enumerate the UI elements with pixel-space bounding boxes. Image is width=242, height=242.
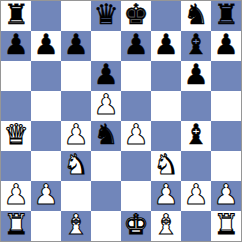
black-bishop[interactable]: ♝ — [183, 31, 208, 60]
square-d5[interactable]: ♟ — [91, 91, 121, 121]
white-pawn[interactable]: ♟ — [33, 181, 58, 210]
black-rook[interactable]: ♜ — [213, 1, 238, 30]
square-d2[interactable] — [91, 181, 121, 211]
square-h6[interactable] — [211, 61, 241, 91]
square-g4[interactable]: ♝ — [181, 121, 211, 151]
square-d1[interactable] — [91, 211, 121, 241]
square-e5[interactable] — [121, 91, 151, 121]
white-pawn[interactable]: ♟ — [93, 91, 118, 120]
white-king[interactable]: ♚ — [123, 211, 148, 240]
square-b6[interactable] — [31, 61, 61, 91]
chess-board: ♜♛♚♞♜♟♟♟♟♟♝♟♟♟♟♛♟♞♟♝♞♞♟♟♟♟♟♜♝♚♝♜ — [0, 0, 242, 242]
square-a4[interactable]: ♛ — [1, 121, 31, 151]
square-f4[interactable] — [151, 121, 181, 151]
black-pawn[interactable]: ♟ — [183, 61, 208, 90]
white-bishop[interactable]: ♝ — [63, 211, 88, 240]
square-a2[interactable]: ♟ — [1, 181, 31, 211]
square-b3[interactable] — [31, 151, 61, 181]
square-a6[interactable] — [1, 61, 31, 91]
square-g3[interactable] — [181, 151, 211, 181]
square-g6[interactable]: ♟ — [181, 61, 211, 91]
square-b7[interactable]: ♟ — [31, 31, 61, 61]
white-bishop[interactable]: ♝ — [153, 211, 178, 240]
white-pawn[interactable]: ♟ — [63, 121, 88, 150]
square-f8[interactable] — [151, 1, 181, 31]
square-h8[interactable]: ♜ — [211, 1, 241, 31]
black-pawn[interactable]: ♟ — [93, 61, 118, 90]
black-pawn[interactable]: ♟ — [153, 31, 178, 60]
square-e4[interactable]: ♟ — [121, 121, 151, 151]
square-h3[interactable] — [211, 151, 241, 181]
white-pawn[interactable]: ♟ — [213, 181, 238, 210]
square-f1[interactable]: ♝ — [151, 211, 181, 241]
square-h4[interactable] — [211, 121, 241, 151]
square-d3[interactable] — [91, 151, 121, 181]
square-e3[interactable] — [121, 151, 151, 181]
square-a3[interactable] — [1, 151, 31, 181]
black-knight[interactable]: ♞ — [183, 1, 208, 30]
square-d7[interactable] — [91, 31, 121, 61]
square-f5[interactable] — [151, 91, 181, 121]
white-knight[interactable]: ♞ — [63, 151, 88, 180]
black-king[interactable]: ♚ — [123, 1, 148, 30]
square-f7[interactable]: ♟ — [151, 31, 181, 61]
square-a1[interactable]: ♜ — [1, 211, 31, 241]
black-pawn[interactable]: ♟ — [3, 31, 28, 60]
white-pawn[interactable]: ♟ — [123, 121, 148, 150]
square-c7[interactable]: ♟ — [61, 31, 91, 61]
square-c3[interactable]: ♞ — [61, 151, 91, 181]
square-c8[interactable] — [61, 1, 91, 31]
square-e6[interactable] — [121, 61, 151, 91]
square-e7[interactable]: ♟ — [121, 31, 151, 61]
square-g1[interactable] — [181, 211, 211, 241]
square-c5[interactable] — [61, 91, 91, 121]
white-rook[interactable]: ♜ — [3, 211, 28, 240]
white-pawn[interactable]: ♟ — [153, 181, 178, 210]
white-pawn[interactable]: ♟ — [3, 181, 28, 210]
black-knight[interactable]: ♞ — [93, 121, 118, 150]
black-queen[interactable]: ♛ — [93, 1, 118, 30]
white-queen[interactable]: ♛ — [3, 121, 28, 150]
square-g2[interactable]: ♟ — [181, 181, 211, 211]
square-h2[interactable]: ♟ — [211, 181, 241, 211]
square-c2[interactable] — [61, 181, 91, 211]
square-b8[interactable] — [31, 1, 61, 31]
square-c6[interactable] — [61, 61, 91, 91]
square-f6[interactable] — [151, 61, 181, 91]
square-d8[interactable]: ♛ — [91, 1, 121, 31]
black-pawn[interactable]: ♟ — [123, 31, 148, 60]
square-h1[interactable]: ♜ — [211, 211, 241, 241]
black-rook[interactable]: ♜ — [3, 1, 28, 30]
square-b4[interactable] — [31, 121, 61, 151]
white-knight[interactable]: ♞ — [153, 151, 178, 180]
square-a7[interactable]: ♟ — [1, 31, 31, 61]
square-e1[interactable]: ♚ — [121, 211, 151, 241]
square-f2[interactable]: ♟ — [151, 181, 181, 211]
black-pawn[interactable]: ♟ — [213, 31, 238, 60]
black-pawn[interactable]: ♟ — [33, 31, 58, 60]
white-rook[interactable]: ♜ — [213, 211, 238, 240]
square-g7[interactable]: ♝ — [181, 31, 211, 61]
square-e2[interactable] — [121, 181, 151, 211]
square-g8[interactable]: ♞ — [181, 1, 211, 31]
square-f3[interactable]: ♞ — [151, 151, 181, 181]
black-pawn[interactable]: ♟ — [63, 31, 88, 60]
square-g5[interactable] — [181, 91, 211, 121]
square-h5[interactable] — [211, 91, 241, 121]
black-bishop[interactable]: ♝ — [183, 121, 208, 150]
square-h7[interactable]: ♟ — [211, 31, 241, 61]
square-b2[interactable]: ♟ — [31, 181, 61, 211]
square-c4[interactable]: ♟ — [61, 121, 91, 151]
square-e8[interactable]: ♚ — [121, 1, 151, 31]
square-b1[interactable] — [31, 211, 61, 241]
white-pawn[interactable]: ♟ — [183, 181, 208, 210]
square-d4[interactable]: ♞ — [91, 121, 121, 151]
square-c1[interactable]: ♝ — [61, 211, 91, 241]
square-a5[interactable] — [1, 91, 31, 121]
square-b5[interactable] — [31, 91, 61, 121]
square-a8[interactable]: ♜ — [1, 1, 31, 31]
square-d6[interactable]: ♟ — [91, 61, 121, 91]
